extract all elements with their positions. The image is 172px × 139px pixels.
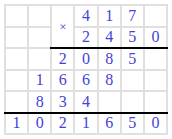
empty-cell-r4-c6	[122, 71, 143, 91]
digit-cell-r5-c3: 3	[52, 92, 73, 112]
empty-cell-r3-c7	[145, 49, 166, 69]
digit-cell-r2-c6: 5	[122, 28, 143, 48]
digit-cell-r4-c2: 1	[29, 71, 50, 91]
rule-under-factors	[50, 47, 168, 49]
digit-cell-r6-c2: 0	[29, 114, 50, 134]
digit-cell-r3-c6: 5	[122, 49, 143, 69]
digit-cell-r3-c4: 0	[75, 49, 96, 69]
digit-cell-r5-c2: 8	[29, 92, 50, 112]
digit-cell-r6-c3: 2	[52, 114, 73, 134]
digit-cell-r1-c4: 4	[75, 6, 96, 26]
empty-cell-r3-c2	[29, 49, 50, 69]
digit-cell-r2-c4: 2	[75, 28, 96, 48]
empty-cell-r2-c1	[6, 28, 27, 48]
digit-cell-r2-c7: 0	[145, 28, 166, 48]
empty-cell-r5-c7	[145, 92, 166, 112]
empty-cell-r1-c1	[6, 6, 27, 26]
empty-cell-r4-c7	[145, 71, 166, 91]
multiply-sign: ×	[52, 6, 73, 47]
digit-cell-r1-c5: 1	[99, 6, 120, 26]
digit-cell-r6-c7: 0	[145, 114, 166, 134]
empty-cell-r1-c7	[145, 6, 166, 26]
digit-cell-r6-c4: 1	[75, 114, 96, 134]
empty-cell-r5-c1	[6, 92, 27, 112]
digit-cell-r3-c5: 8	[99, 49, 120, 69]
empty-cell-r2-c2	[29, 28, 50, 48]
rule-above-product	[4, 112, 168, 114]
empty-cell-r3-c1	[6, 49, 27, 69]
empty-cell-r4-c1	[6, 71, 27, 91]
digit-cell-r4-c3: 6	[52, 71, 73, 91]
digit-cell-r6-c5: 6	[99, 114, 120, 134]
digit-cell-r6-c6: 5	[122, 114, 143, 134]
digit-cell-r3-c3: 2	[52, 49, 73, 69]
empty-cell-r5-c5	[99, 92, 120, 112]
digit-cell-r4-c4: 6	[75, 71, 96, 91]
digit-cell-r4-c5: 8	[99, 71, 120, 91]
empty-cell-r1-c2	[29, 6, 50, 26]
digit-cell-r6-c1: 1	[6, 114, 27, 134]
empty-cell-r5-c6	[122, 92, 143, 112]
multiplication-grid: 4172450208516688341021650×	[4, 4, 168, 135]
digit-cell-r5-c4: 4	[75, 92, 96, 112]
digit-cell-r2-c5: 4	[99, 28, 120, 48]
multiplication-worksheet: 4172450208516688341021650×	[0, 0, 172, 139]
digit-cell-r1-c6: 7	[122, 6, 143, 26]
